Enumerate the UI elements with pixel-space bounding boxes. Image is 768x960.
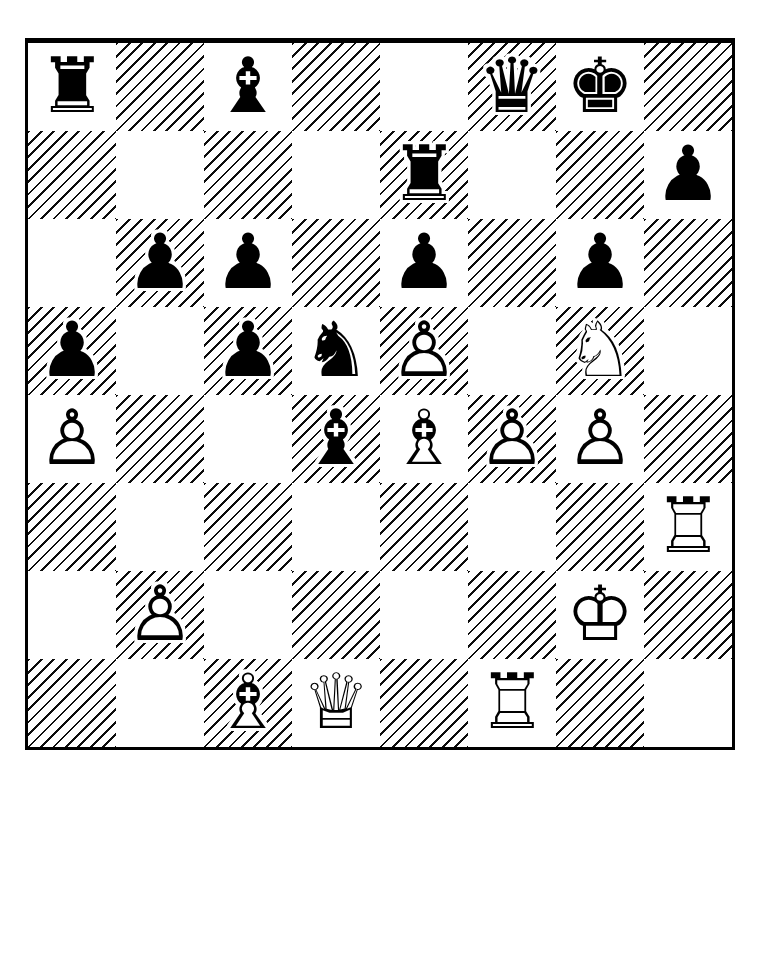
black-knight-glyph: ♞: [292, 307, 380, 395]
white-pawn: ♟♙: [380, 307, 468, 395]
black-pawn: ♟♟: [116, 219, 204, 307]
square-a2: [28, 571, 116, 659]
black-king-glyph: ♚: [556, 43, 644, 131]
square-a5: ♟♟: [28, 307, 116, 395]
board-grid: ♜♜♝♝♛♛♚♚♜♜♟♟♟♟♟♟♟♟♟♟♟♟♟♟♞♞♟♙♞♘♟♙♝♝♝♗♟♙♟♙…: [28, 43, 732, 747]
square-h1: [644, 659, 732, 747]
square-c1: ♝♗: [204, 659, 292, 747]
black-queen-glyph: ♛: [468, 43, 556, 131]
square-f3: [468, 483, 556, 571]
black-pawn-glyph: ♟: [116, 219, 204, 307]
square-h7: ♟♟: [644, 131, 732, 219]
square-b8: [116, 43, 204, 131]
black-pawn-glyph: ♟: [556, 219, 644, 307]
scanned-book-page: { "game": "chess", "diagram_style": { "d…: [0, 0, 768, 960]
white-king-glyph: ♔: [556, 571, 644, 659]
black-pawn-glyph: ♟: [644, 131, 732, 219]
square-g3: [556, 483, 644, 571]
black-bishop: ♝♝: [292, 395, 380, 483]
square-e6: ♟♟: [380, 219, 468, 307]
square-g1: [556, 659, 644, 747]
square-g6: ♟♟: [556, 219, 644, 307]
white-pawn: ♟♙: [28, 395, 116, 483]
black-pawn: ♟♟: [204, 219, 292, 307]
white-rook: ♜♖: [644, 483, 732, 571]
square-e8: [380, 43, 468, 131]
square-b4: [116, 395, 204, 483]
square-d7: [292, 131, 380, 219]
square-d3: [292, 483, 380, 571]
white-bishop: ♝♗: [380, 395, 468, 483]
white-rook: ♜♖: [468, 659, 556, 747]
black-bishop-glyph: ♝: [292, 395, 380, 483]
square-h8: [644, 43, 732, 131]
black-pawn: ♟♟: [204, 307, 292, 395]
black-pawn: ♟♟: [556, 219, 644, 307]
square-a7: [28, 131, 116, 219]
square-d4: ♝♝: [292, 395, 380, 483]
square-h4: [644, 395, 732, 483]
square-d5: ♞♞: [292, 307, 380, 395]
white-pawn-glyph: ♙: [468, 395, 556, 483]
square-c6: ♟♟: [204, 219, 292, 307]
white-pawn: ♟♙: [556, 395, 644, 483]
square-f2: [468, 571, 556, 659]
black-pawn-glyph: ♟: [28, 307, 116, 395]
black-rook-glyph: ♜: [28, 43, 116, 131]
white-pawn: ♟♙: [116, 571, 204, 659]
square-b6: ♟♟: [116, 219, 204, 307]
square-d1: ♛♕: [292, 659, 380, 747]
white-queen-glyph: ♕: [292, 659, 380, 747]
square-g2: ♚♔: [556, 571, 644, 659]
square-c2: [204, 571, 292, 659]
square-d2: [292, 571, 380, 659]
black-pawn-glyph: ♟: [204, 307, 292, 395]
black-rook-glyph: ♜: [380, 131, 468, 219]
square-h5: [644, 307, 732, 395]
white-queen: ♛♕: [292, 659, 380, 747]
square-c4: [204, 395, 292, 483]
white-bishop: ♝♗: [204, 659, 292, 747]
square-g4: ♟♙: [556, 395, 644, 483]
white-king: ♚♔: [556, 571, 644, 659]
black-pawn-glyph: ♟: [380, 219, 468, 307]
black-pawn: ♟♟: [28, 307, 116, 395]
square-c8: ♝♝: [204, 43, 292, 131]
square-c7: [204, 131, 292, 219]
square-f6: [468, 219, 556, 307]
square-c3: [204, 483, 292, 571]
white-pawn: ♟♙: [468, 395, 556, 483]
square-f7: [468, 131, 556, 219]
white-knight: ♞♘: [556, 307, 644, 395]
black-rook: ♜♜: [28, 43, 116, 131]
black-bishop-glyph: ♝: [204, 43, 292, 131]
square-e5: ♟♙: [380, 307, 468, 395]
black-pawn-glyph: ♟: [204, 219, 292, 307]
square-g5: ♞♘: [556, 307, 644, 395]
white-pawn-glyph: ♙: [116, 571, 204, 659]
square-a3: [28, 483, 116, 571]
white-knight-glyph: ♘: [556, 307, 644, 395]
square-e1: [380, 659, 468, 747]
square-b1: [116, 659, 204, 747]
square-a4: ♟♙: [28, 395, 116, 483]
square-d8: [292, 43, 380, 131]
square-f4: ♟♙: [468, 395, 556, 483]
square-b7: [116, 131, 204, 219]
square-a6: [28, 219, 116, 307]
square-f5: [468, 307, 556, 395]
square-g7: [556, 131, 644, 219]
white-pawn-glyph: ♙: [28, 395, 116, 483]
square-f8: ♛♛: [468, 43, 556, 131]
black-pawn: ♟♟: [380, 219, 468, 307]
black-queen: ♛♛: [468, 43, 556, 131]
square-b5: [116, 307, 204, 395]
black-rook: ♜♜: [380, 131, 468, 219]
square-e4: ♝♗: [380, 395, 468, 483]
black-bishop: ♝♝: [204, 43, 292, 131]
white-pawn-glyph: ♙: [380, 307, 468, 395]
white-bishop-glyph: ♗: [204, 659, 292, 747]
square-a8: ♜♜: [28, 43, 116, 131]
white-pawn-glyph: ♙: [556, 395, 644, 483]
chess-board: ♜♜♝♝♛♛♚♚♜♜♟♟♟♟♟♟♟♟♟♟♟♟♟♟♞♞♟♙♞♘♟♙♝♝♝♗♟♙♟♙…: [25, 38, 735, 750]
square-e3: [380, 483, 468, 571]
square-e2: [380, 571, 468, 659]
square-c5: ♟♟: [204, 307, 292, 395]
square-h6: [644, 219, 732, 307]
black-pawn: ♟♟: [644, 131, 732, 219]
white-rook-glyph: ♖: [644, 483, 732, 571]
square-d6: [292, 219, 380, 307]
white-bishop-glyph: ♗: [380, 395, 468, 483]
square-f1: ♜♖: [468, 659, 556, 747]
square-a1: [28, 659, 116, 747]
square-h3: ♜♖: [644, 483, 732, 571]
square-b3: [116, 483, 204, 571]
square-e7: ♜♜: [380, 131, 468, 219]
square-h2: [644, 571, 732, 659]
black-knight: ♞♞: [292, 307, 380, 395]
square-b2: ♟♙: [116, 571, 204, 659]
black-king: ♚♚: [556, 43, 644, 131]
square-g8: ♚♚: [556, 43, 644, 131]
white-rook-glyph: ♖: [468, 659, 556, 747]
